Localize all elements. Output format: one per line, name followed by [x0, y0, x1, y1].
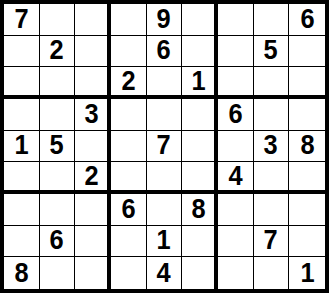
cell-r1c4[interactable]	[111, 4, 147, 36]
cell-r7c3[interactable]	[75, 194, 111, 226]
cell-r8c6[interactable]	[182, 226, 218, 258]
cell-r9c6[interactable]	[182, 257, 218, 289]
cell-r3c5[interactable]	[147, 67, 183, 99]
cell-value: 3	[264, 132, 278, 159]
cell-r8c9[interactable]	[289, 226, 325, 258]
cell-value: 8	[300, 132, 314, 159]
cell-r1c8[interactable]	[254, 4, 290, 36]
cell-value: 1	[14, 132, 28, 159]
cell-r9c3[interactable]	[75, 257, 111, 289]
cell-value: 6	[50, 227, 64, 254]
cell-r5c8[interactable]: 3	[254, 131, 290, 163]
cell-value: 2	[84, 163, 98, 190]
cell-r4c8[interactable]	[254, 99, 290, 131]
cell-r4c3[interactable]: 3	[75, 99, 111, 131]
cell-r7c7[interactable]	[218, 194, 254, 226]
cell-r7c9[interactable]	[289, 194, 325, 226]
cell-r6c1[interactable]	[4, 162, 40, 194]
cell-r8c5[interactable]: 1	[147, 226, 183, 258]
cell-r7c5[interactable]	[147, 194, 183, 226]
cell-r2c2[interactable]: 2	[40, 36, 76, 68]
cell-r3c6[interactable]: 1	[182, 67, 218, 99]
cell-r6c3[interactable]: 2	[75, 162, 111, 194]
cell-r6c8[interactable]	[254, 162, 290, 194]
cell-value: 5	[50, 132, 64, 159]
cell-r6c7[interactable]: 4	[218, 162, 254, 194]
cell-r1c7[interactable]	[218, 4, 254, 36]
cell-r4c5[interactable]	[147, 99, 183, 131]
cell-value: 7	[157, 132, 171, 159]
cell-r9c2[interactable]	[40, 257, 76, 289]
cell-r6c2[interactable]	[40, 162, 76, 194]
cell-value: 6	[300, 6, 314, 33]
cell-r4c4[interactable]	[111, 99, 147, 131]
cell-r2c4[interactable]	[111, 36, 147, 68]
cell-r5c7[interactable]	[218, 131, 254, 163]
cell-r7c1[interactable]	[4, 194, 40, 226]
cell-r5c6[interactable]	[182, 131, 218, 163]
cell-value: 1	[191, 68, 205, 95]
cell-value: 6	[121, 196, 135, 223]
cell-r8c2[interactable]: 6	[40, 226, 76, 258]
cell-r6c5[interactable]	[147, 162, 183, 194]
cell-r9c4[interactable]	[111, 257, 147, 289]
cell-r2c7[interactable]	[218, 36, 254, 68]
cell-value: 2	[121, 68, 135, 95]
cell-value: 4	[228, 163, 242, 190]
cell-r3c9[interactable]	[289, 67, 325, 99]
cell-r9c5[interactable]: 4	[147, 257, 183, 289]
cell-r7c2[interactable]	[40, 194, 76, 226]
cell-r8c1[interactable]	[4, 226, 40, 258]
cell-r7c4[interactable]: 6	[111, 194, 147, 226]
cell-r5c1[interactable]: 1	[4, 131, 40, 163]
cell-value: 8	[191, 196, 205, 223]
cell-r1c9[interactable]: 6	[289, 4, 325, 36]
cell-r9c9[interactable]: 1	[289, 257, 325, 289]
cell-r4c9[interactable]	[289, 99, 325, 131]
cell-r2c1[interactable]	[4, 36, 40, 68]
cell-r2c8[interactable]: 5	[254, 36, 290, 68]
cell-value: 2	[50, 37, 64, 64]
cell-value: 7	[14, 6, 28, 33]
cell-r4c2[interactable]	[40, 99, 76, 131]
cell-value: 6	[157, 37, 171, 64]
cell-r1c3[interactable]	[75, 4, 111, 36]
cell-value: 7	[264, 227, 278, 254]
cell-r3c8[interactable]	[254, 67, 290, 99]
cell-r7c8[interactable]	[254, 194, 290, 226]
cell-r4c6[interactable]	[182, 99, 218, 131]
cell-r8c8[interactable]: 7	[254, 226, 290, 258]
cell-r1c1[interactable]: 7	[4, 4, 40, 36]
cell-r3c3[interactable]	[75, 67, 111, 99]
cell-value: 6	[228, 101, 242, 128]
cell-r2c3[interactable]	[75, 36, 111, 68]
cell-r6c4[interactable]	[111, 162, 147, 194]
cell-r8c7[interactable]	[218, 226, 254, 258]
cell-r2c9[interactable]	[289, 36, 325, 68]
cell-value: 9	[157, 6, 171, 33]
sudoku-board: 7962652136157382468617841	[0, 0, 329, 293]
cell-value: 1	[157, 227, 171, 254]
cell-r3c7[interactable]	[218, 67, 254, 99]
cell-r6c9[interactable]	[289, 162, 325, 194]
cell-r3c4[interactable]: 2	[111, 67, 147, 99]
cell-r9c7[interactable]	[218, 257, 254, 289]
cell-value: 1	[300, 260, 314, 287]
cell-r3c2[interactable]	[40, 67, 76, 99]
cell-r9c1[interactable]: 8	[4, 257, 40, 289]
cell-r2c6[interactable]	[182, 36, 218, 68]
cell-r1c2[interactable]	[40, 4, 76, 36]
cell-r4c7[interactable]: 6	[218, 99, 254, 131]
cell-r5c3[interactable]	[75, 131, 111, 163]
cell-r8c4[interactable]	[111, 226, 147, 258]
cell-r5c4[interactable]	[111, 131, 147, 163]
cell-value: 8	[14, 260, 28, 287]
cell-r1c5[interactable]: 9	[147, 4, 183, 36]
cell-r1c6[interactable]	[182, 4, 218, 36]
cell-r4c1[interactable]	[4, 99, 40, 131]
cell-r5c5[interactable]: 7	[147, 131, 183, 163]
cell-r6c6[interactable]	[182, 162, 218, 194]
cell-value: 4	[157, 260, 171, 287]
cell-r9c8[interactable]	[254, 257, 290, 289]
cell-r5c2[interactable]: 5	[40, 131, 76, 163]
cell-r8c3[interactable]	[75, 226, 111, 258]
cell-r7c6[interactable]: 8	[182, 194, 218, 226]
cell-r2c5[interactable]: 6	[147, 36, 183, 68]
cell-value: 5	[264, 37, 278, 64]
cell-value: 3	[84, 101, 98, 128]
cell-r3c1[interactable]	[4, 67, 40, 99]
cell-r5c9[interactable]: 8	[289, 131, 325, 163]
